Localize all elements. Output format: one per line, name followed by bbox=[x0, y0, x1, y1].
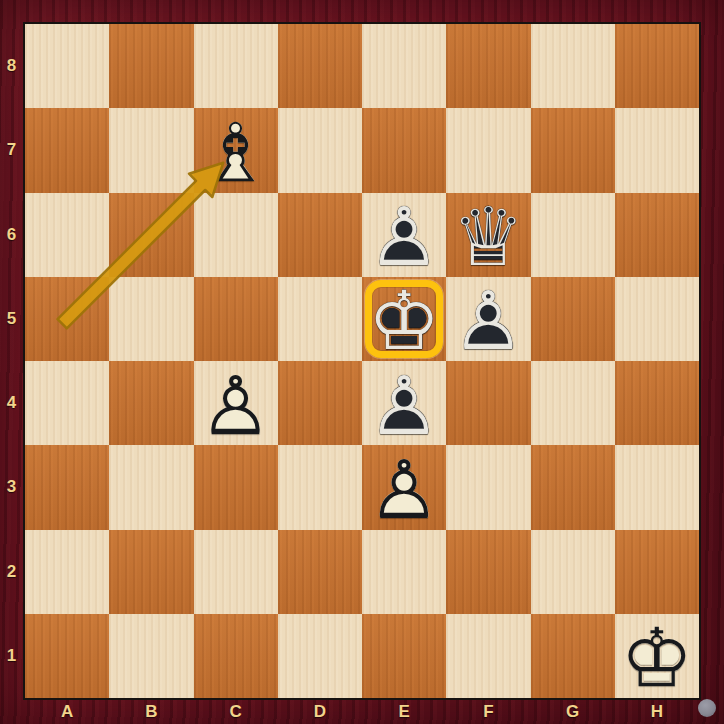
file-label-d: D bbox=[300, 699, 340, 724]
square-b3[interactable] bbox=[109, 445, 193, 529]
square-a5[interactable] bbox=[25, 277, 109, 361]
square-f3[interactable] bbox=[446, 445, 530, 529]
square-g6[interactable] bbox=[531, 193, 615, 277]
square-g1[interactable] bbox=[531, 614, 615, 698]
rank-label-3: 3 bbox=[0, 477, 23, 497]
piece-black-queen[interactable]: ♛♕ bbox=[446, 193, 530, 277]
square-f8[interactable] bbox=[446, 24, 530, 108]
square-d7[interactable] bbox=[278, 108, 362, 192]
square-c5[interactable] bbox=[194, 277, 278, 361]
rank-label-5: 5 bbox=[0, 309, 23, 329]
square-e5[interactable]: ♚♔ bbox=[362, 277, 446, 361]
rank-label-8: 8 bbox=[0, 56, 23, 76]
square-b7[interactable] bbox=[109, 108, 193, 192]
square-g5[interactable] bbox=[531, 277, 615, 361]
square-b8[interactable] bbox=[109, 24, 193, 108]
square-e8[interactable] bbox=[362, 24, 446, 108]
file-label-g: G bbox=[553, 699, 593, 724]
rank-label-4: 4 bbox=[0, 393, 23, 413]
file-label-c: C bbox=[216, 699, 256, 724]
rank-label-6: 6 bbox=[0, 225, 23, 245]
board: ♝♗♟♙♛♕♚♔♟♙♟♙♟♙♟♙♚♔ bbox=[23, 22, 701, 700]
square-c1[interactable] bbox=[194, 614, 278, 698]
file-label-a: A bbox=[47, 699, 87, 724]
square-d5[interactable] bbox=[278, 277, 362, 361]
piece-black-pawn[interactable]: ♟♙ bbox=[362, 361, 446, 445]
square-g2[interactable] bbox=[531, 530, 615, 614]
square-a7[interactable] bbox=[25, 108, 109, 192]
square-d6[interactable] bbox=[278, 193, 362, 277]
square-c7[interactable]: ♝♗ bbox=[194, 108, 278, 192]
square-g3[interactable] bbox=[531, 445, 615, 529]
rank-label-7: 7 bbox=[0, 140, 23, 160]
square-h6[interactable] bbox=[615, 193, 699, 277]
piece-white-bishop[interactable]: ♝♗ bbox=[194, 108, 278, 192]
square-b5[interactable] bbox=[109, 277, 193, 361]
piece-white-king[interactable]: ♚♔ bbox=[615, 614, 699, 698]
white-pawn-outline-icon: ♙ bbox=[194, 364, 278, 448]
piece-white-pawn[interactable]: ♟♙ bbox=[194, 361, 278, 445]
square-c8[interactable] bbox=[194, 24, 278, 108]
watermark-dot bbox=[698, 699, 716, 717]
black-pawn-outline-icon: ♙ bbox=[446, 280, 530, 364]
square-c2[interactable] bbox=[194, 530, 278, 614]
square-h7[interactable] bbox=[615, 108, 699, 192]
square-a4[interactable] bbox=[25, 361, 109, 445]
black-pawn-outline-icon: ♙ bbox=[362, 196, 446, 280]
white-pawn-outline-icon: ♙ bbox=[362, 448, 446, 532]
square-f6[interactable]: ♛♕ bbox=[446, 193, 530, 277]
square-d3[interactable] bbox=[278, 445, 362, 529]
square-d4[interactable] bbox=[278, 361, 362, 445]
square-f1[interactable] bbox=[446, 614, 530, 698]
black-king-outline-icon: ♔ bbox=[362, 280, 446, 364]
square-h8[interactable] bbox=[615, 24, 699, 108]
file-label-e: E bbox=[384, 699, 424, 724]
square-c3[interactable] bbox=[194, 445, 278, 529]
square-h4[interactable] bbox=[615, 361, 699, 445]
square-a3[interactable] bbox=[25, 445, 109, 529]
square-f5[interactable]: ♟♙ bbox=[446, 277, 530, 361]
piece-black-pawn[interactable]: ♟♙ bbox=[446, 277, 530, 361]
file-label-b: B bbox=[131, 699, 171, 724]
square-e7[interactable] bbox=[362, 108, 446, 192]
square-g7[interactable] bbox=[531, 108, 615, 192]
square-b1[interactable] bbox=[109, 614, 193, 698]
square-a1[interactable] bbox=[25, 614, 109, 698]
square-b2[interactable] bbox=[109, 530, 193, 614]
square-f7[interactable] bbox=[446, 108, 530, 192]
square-b6[interactable] bbox=[109, 193, 193, 277]
square-e1[interactable] bbox=[362, 614, 446, 698]
square-a6[interactable] bbox=[25, 193, 109, 277]
piece-white-pawn[interactable]: ♟♙ bbox=[362, 445, 446, 529]
square-c6[interactable] bbox=[194, 193, 278, 277]
square-h1[interactable]: ♚♔ bbox=[615, 614, 699, 698]
square-h3[interactable] bbox=[615, 445, 699, 529]
piece-black-king[interactable]: ♚♔ bbox=[362, 277, 446, 361]
square-h5[interactable] bbox=[615, 277, 699, 361]
file-label-h: H bbox=[637, 699, 677, 724]
file-label-f: F bbox=[468, 699, 508, 724]
square-e3[interactable]: ♟♙ bbox=[362, 445, 446, 529]
square-f4[interactable] bbox=[446, 361, 530, 445]
square-h2[interactable] bbox=[615, 530, 699, 614]
piece-black-pawn[interactable]: ♟♙ bbox=[362, 193, 446, 277]
square-g4[interactable] bbox=[531, 361, 615, 445]
board-frame: ♝♗♟♙♛♕♚♔♟♙♟♙♟♙♟♙♚♔ 87654321 ABCDEFGH bbox=[0, 0, 724, 724]
square-b4[interactable] bbox=[109, 361, 193, 445]
square-c4[interactable]: ♟♙ bbox=[194, 361, 278, 445]
square-f2[interactable] bbox=[446, 530, 530, 614]
square-g8[interactable] bbox=[531, 24, 615, 108]
square-e2[interactable] bbox=[362, 530, 446, 614]
square-d8[interactable] bbox=[278, 24, 362, 108]
black-pawn-outline-icon: ♙ bbox=[362, 364, 446, 448]
rank-label-2: 2 bbox=[0, 562, 23, 582]
rank-label-1: 1 bbox=[0, 646, 23, 666]
square-d1[interactable] bbox=[278, 614, 362, 698]
white-bishop-outline-icon: ♗ bbox=[194, 111, 278, 195]
square-e6[interactable]: ♟♙ bbox=[362, 193, 446, 277]
black-queen-outline-icon: ♕ bbox=[446, 196, 530, 280]
square-a8[interactable] bbox=[25, 24, 109, 108]
white-king-outline-icon: ♔ bbox=[615, 617, 699, 701]
square-a2[interactable] bbox=[25, 530, 109, 614]
square-e4[interactable]: ♟♙ bbox=[362, 361, 446, 445]
square-d2[interactable] bbox=[278, 530, 362, 614]
